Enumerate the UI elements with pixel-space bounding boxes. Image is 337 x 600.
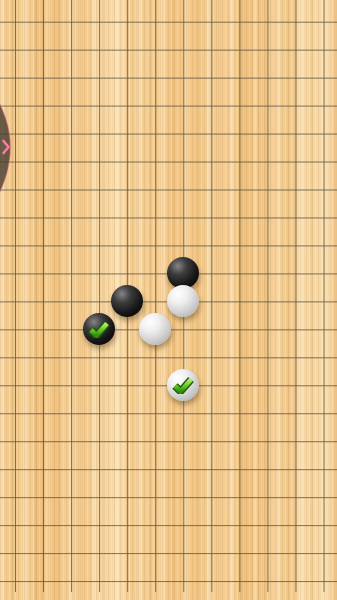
app-screen [0, 0, 337, 600]
stone-white [139, 313, 171, 345]
stone-white-last-move [167, 369, 199, 401]
check-icon [172, 376, 194, 394]
stone-black [111, 285, 143, 317]
game-board[interactable] [0, 0, 337, 600]
drawer-handle[interactable] [0, 103, 14, 193]
stone-black-last-move [83, 313, 115, 345]
stones-layer [0, 0, 337, 600]
check-icon [88, 320, 110, 338]
stone-white [167, 285, 199, 317]
